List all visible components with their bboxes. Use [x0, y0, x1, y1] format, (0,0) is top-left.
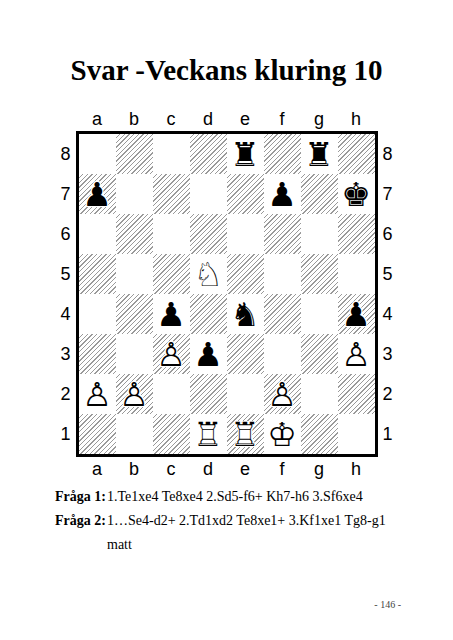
rank-label-2: 2: [378, 374, 398, 414]
square-c8: [153, 134, 190, 174]
piece-black-pawn-d3: ♟: [190, 334, 227, 374]
square-c4: ♟: [153, 294, 190, 334]
file-label-h: h: [338, 457, 375, 481]
rank-label-5: 5: [56, 254, 76, 294]
file-label-b: b: [116, 107, 153, 131]
square-b2: ♟♙: [116, 374, 153, 414]
square-c6: [153, 214, 190, 254]
square-b6: [116, 214, 153, 254]
square-d1: ♜♖: [190, 414, 227, 454]
file-label-a: a: [79, 107, 116, 131]
rank-label-6: 6: [378, 214, 398, 254]
file-label-c: c: [153, 457, 190, 481]
square-f4: [264, 294, 301, 334]
file-label-c: c: [153, 107, 190, 131]
piece-white-pawn-h3: ♟♙: [338, 334, 375, 374]
square-f8: [264, 134, 301, 174]
rank-label-4: 4: [378, 294, 398, 334]
square-c3: ♟♙: [153, 334, 190, 374]
piece-black-pawn-a7: ♟: [79, 174, 116, 214]
rank-label-7: 7: [56, 174, 76, 214]
square-b8: [116, 134, 153, 174]
square-d4: [190, 294, 227, 334]
square-d3: ♟: [190, 334, 227, 374]
piece-white-pawn-a2: ♟♙: [79, 374, 116, 414]
square-c2: [153, 374, 190, 414]
solution-1-body: 1.Te1xe4 Te8xe4 2.Sd5-f6+ Kh7-h6 3.Sf6xe…: [107, 485, 453, 509]
rank-label-1: 1: [56, 414, 76, 454]
piece-white-pawn-b2: ♟♙: [116, 374, 153, 414]
square-b5: [116, 254, 153, 294]
square-e1: ♜♖: [227, 414, 264, 454]
square-f1: ♚♔: [264, 414, 301, 454]
square-f6: [264, 214, 301, 254]
rank-label-3: 3: [378, 334, 398, 374]
square-a7: ♟: [79, 174, 116, 214]
square-e2: [227, 374, 264, 414]
square-h2: [338, 374, 375, 414]
file-label-e: e: [227, 107, 264, 131]
file-label-e: e: [227, 457, 264, 481]
piece-black-king-h7: ♚: [338, 174, 375, 214]
solution-2-moves: 1…Se4-d2+ 2.Td1xd2 Te8xe1+ 3.Kf1xe1 Tg8-…: [107, 509, 453, 533]
square-h5: [338, 254, 375, 294]
solutions-block: Fråga 1: 1.Te1xe4 Te8xe4 2.Sd5-f6+ Kh7-h…: [55, 485, 453, 557]
square-g2: [301, 374, 338, 414]
file-label-a: a: [79, 457, 116, 481]
piece-black-pawn-f7: ♟: [264, 174, 301, 214]
piece-white-king-f1: ♚♔: [264, 414, 301, 454]
square-e7: [227, 174, 264, 214]
page-number: - 146 -: [374, 599, 401, 610]
rank-label-8: 8: [378, 134, 398, 174]
square-d6: [190, 214, 227, 254]
files-top: abcdefgh: [79, 107, 398, 131]
file-label-h: h: [338, 107, 375, 131]
square-b3: [116, 334, 153, 374]
square-e4: ♞: [227, 294, 264, 334]
board: ♜♜♟♟♚♞♘♟♞♟♟♙♟♟♙♟♙♟♙♟♙♜♖♜♖♚♔: [76, 131, 378, 457]
solution-2-label: Fråga 2:: [55, 509, 107, 557]
square-g4: [301, 294, 338, 334]
square-a6: [79, 214, 116, 254]
piece-black-knight-e4: ♞: [227, 294, 264, 334]
square-h6: [338, 214, 375, 254]
solution-1-label: Fråga 1:: [55, 485, 107, 509]
ranks-right: 87654321: [378, 134, 398, 454]
square-a5: [79, 254, 116, 294]
chess-diagram: abcdefgh 87654321 ♜♜♟♟♚♞♘♟♞♟♟♙♟♟♙♟♙♟♙♟♙♜…: [56, 107, 398, 481]
piece-white-pawn-f2: ♟♙: [264, 374, 301, 414]
piece-white-rook-d1: ♜♖: [190, 414, 227, 454]
rank-label-7: 7: [378, 174, 398, 214]
piece-black-pawn-h4: ♟: [338, 294, 375, 334]
files-bottom: abcdefgh: [79, 457, 398, 481]
square-g3: [301, 334, 338, 374]
solution-line-2: Fråga 2: 1…Se4-d2+ 2.Td1xd2 Te8xe1+ 3.Kf…: [55, 509, 453, 557]
square-g7: [301, 174, 338, 214]
ranks-left: 87654321: [56, 134, 76, 454]
piece-black-rook-e8: ♜: [227, 134, 264, 174]
page-title: Svar -Veckans kluring 10: [0, 0, 453, 87]
square-h4: ♟: [338, 294, 375, 334]
file-label-b: b: [116, 457, 153, 481]
file-label-d: d: [190, 457, 227, 481]
document-page: Svar -Veckans kluring 10 abcdefgh 876543…: [0, 0, 453, 640]
square-c7: [153, 174, 190, 214]
piece-white-rook-e1: ♜♖: [227, 414, 264, 454]
square-a8: [79, 134, 116, 174]
square-a1: [79, 414, 116, 454]
square-g1: [301, 414, 338, 454]
solution-1-moves: 1.Te1xe4 Te8xe4 2.Sd5-f6+ Kh7-h6 3.Sf6xe…: [107, 485, 453, 509]
square-f2: ♟♙: [264, 374, 301, 414]
square-d8: [190, 134, 227, 174]
solution-2-continuation: matt: [107, 533, 453, 557]
file-label-g: g: [301, 107, 338, 131]
square-g6: [301, 214, 338, 254]
piece-black-pawn-c4: ♟: [153, 294, 190, 334]
square-e8: ♜: [227, 134, 264, 174]
square-g8: ♜: [301, 134, 338, 174]
square-f7: ♟: [264, 174, 301, 214]
square-a4: [79, 294, 116, 334]
rank-label-6: 6: [56, 214, 76, 254]
file-label-d: d: [190, 107, 227, 131]
solution-line-1: Fråga 1: 1.Te1xe4 Te8xe4 2.Sd5-f6+ Kh7-h…: [55, 485, 453, 509]
piece-white-knight-d5: ♞♘: [190, 254, 227, 294]
square-g5: [301, 254, 338, 294]
square-h3: ♟♙: [338, 334, 375, 374]
square-h7: ♚: [338, 174, 375, 214]
rank-label-3: 3: [56, 334, 76, 374]
file-label-f: f: [264, 107, 301, 131]
square-h8: [338, 134, 375, 174]
solution-2-body: 1…Se4-d2+ 2.Td1xd2 Te8xe1+ 3.Kf1xe1 Tg8-…: [107, 509, 453, 557]
square-c1: [153, 414, 190, 454]
rank-label-1: 1: [378, 414, 398, 454]
square-e6: [227, 214, 264, 254]
square-d5: ♞♘: [190, 254, 227, 294]
square-d7: [190, 174, 227, 214]
rank-label-4: 4: [56, 294, 76, 334]
square-d2: [190, 374, 227, 414]
file-label-f: f: [264, 457, 301, 481]
piece-black-rook-g8: ♜: [301, 134, 338, 174]
square-b4: [116, 294, 153, 334]
rank-label-8: 8: [56, 134, 76, 174]
square-h1: [338, 414, 375, 454]
file-label-g: g: [301, 457, 338, 481]
square-f3: [264, 334, 301, 374]
square-a3: [79, 334, 116, 374]
square-b7: [116, 174, 153, 214]
square-f5: [264, 254, 301, 294]
square-b1: [116, 414, 153, 454]
square-e5: [227, 254, 264, 294]
piece-white-pawn-c3: ♟♙: [153, 334, 190, 374]
square-e3: [227, 334, 264, 374]
square-c5: [153, 254, 190, 294]
rank-label-5: 5: [378, 254, 398, 294]
rank-label-2: 2: [56, 374, 76, 414]
square-a2: ♟♙: [79, 374, 116, 414]
